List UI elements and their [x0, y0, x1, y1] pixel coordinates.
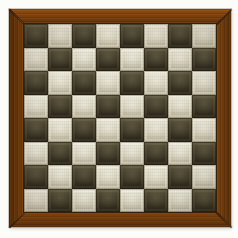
square-h4[interactable]	[192, 118, 216, 142]
square-d4[interactable]	[96, 118, 120, 142]
square-b3[interactable]	[48, 142, 72, 166]
square-a3[interactable]	[24, 142, 48, 166]
square-e8[interactable]	[120, 24, 144, 48]
square-h8[interactable]	[192, 24, 216, 48]
frame-top-rail	[9, 9, 231, 24]
square-h2[interactable]	[192, 165, 216, 189]
frame-right-rail	[216, 9, 231, 227]
square-f4[interactable]	[144, 118, 168, 142]
square-g1[interactable]	[168, 189, 192, 213]
square-b4[interactable]	[48, 118, 72, 142]
square-e2[interactable]	[120, 165, 144, 189]
square-h7[interactable]	[192, 48, 216, 72]
square-c2[interactable]	[72, 165, 96, 189]
square-c4[interactable]	[72, 118, 96, 142]
square-e3[interactable]	[120, 142, 144, 166]
square-c1[interactable]	[72, 189, 96, 213]
square-f8[interactable]	[144, 24, 168, 48]
square-e7[interactable]	[120, 48, 144, 72]
square-e5[interactable]	[120, 95, 144, 119]
board	[24, 24, 216, 212]
square-c5[interactable]	[72, 95, 96, 119]
square-d6[interactable]	[96, 71, 120, 95]
square-g2[interactable]	[168, 165, 192, 189]
square-g6[interactable]	[168, 71, 192, 95]
frame-bottom-rail	[9, 212, 231, 227]
square-g4[interactable]	[168, 118, 192, 142]
square-d7[interactable]	[96, 48, 120, 72]
square-f7[interactable]	[144, 48, 168, 72]
square-g8[interactable]	[168, 24, 192, 48]
square-d8[interactable]	[96, 24, 120, 48]
square-d5[interactable]	[96, 95, 120, 119]
square-d3[interactable]	[96, 142, 120, 166]
square-h5[interactable]	[192, 95, 216, 119]
square-b1[interactable]	[48, 189, 72, 213]
square-g7[interactable]	[168, 48, 192, 72]
square-f1[interactable]	[144, 189, 168, 213]
square-e4[interactable]	[120, 118, 144, 142]
board-photo	[0, 0, 238, 238]
square-e1[interactable]	[120, 189, 144, 213]
square-a4[interactable]	[24, 118, 48, 142]
square-g5[interactable]	[168, 95, 192, 119]
square-a5[interactable]	[24, 95, 48, 119]
square-d2[interactable]	[96, 165, 120, 189]
square-a8[interactable]	[24, 24, 48, 48]
square-c6[interactable]	[72, 71, 96, 95]
square-c8[interactable]	[72, 24, 96, 48]
frame-left-rail	[9, 9, 24, 227]
square-e6[interactable]	[120, 71, 144, 95]
square-b5[interactable]	[48, 95, 72, 119]
square-a6[interactable]	[24, 71, 48, 95]
square-d1[interactable]	[96, 189, 120, 213]
square-h3[interactable]	[192, 142, 216, 166]
square-b7[interactable]	[48, 48, 72, 72]
square-f5[interactable]	[144, 95, 168, 119]
square-a7[interactable]	[24, 48, 48, 72]
square-h6[interactable]	[192, 71, 216, 95]
square-g3[interactable]	[168, 142, 192, 166]
wooden-frame	[9, 9, 231, 227]
square-f3[interactable]	[144, 142, 168, 166]
square-c7[interactable]	[72, 48, 96, 72]
square-b8[interactable]	[48, 24, 72, 48]
square-b2[interactable]	[48, 165, 72, 189]
square-f2[interactable]	[144, 165, 168, 189]
square-c3[interactable]	[72, 142, 96, 166]
square-a1[interactable]	[24, 189, 48, 213]
square-b6[interactable]	[48, 71, 72, 95]
square-f6[interactable]	[144, 71, 168, 95]
square-h1[interactable]	[192, 189, 216, 213]
square-a2[interactable]	[24, 165, 48, 189]
